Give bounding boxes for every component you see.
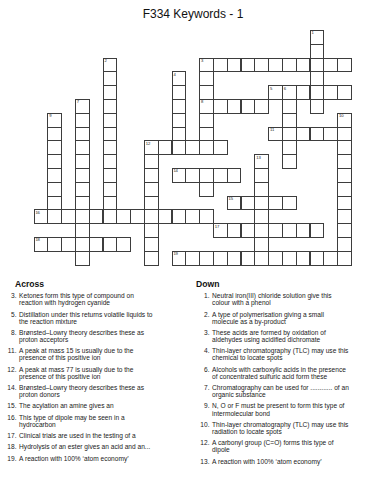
cell-number-19: 19 (173, 252, 177, 256)
grid-cell-r7-c17[interactable]: 11 (268, 127, 283, 142)
clue-number: 15. (4, 402, 17, 409)
grid-cell-r2-c12[interactable]: 3 (199, 58, 214, 73)
clue-text: Hydrolysis of an ester gives an acid and… (19, 443, 189, 450)
grid-cell-r10-c13[interactable] (213, 168, 228, 183)
grid-cell-r11-c3[interactable] (75, 182, 90, 197)
grid-cell-r15-c6[interactable] (116, 237, 131, 252)
grid-cell-r14-c16[interactable] (254, 223, 269, 238)
grid-cell-r10-c16[interactable] (254, 168, 269, 183)
clue-number: 6. (193, 366, 210, 380)
grid-cell-r2-c21[interactable] (323, 58, 338, 73)
grid-cell-r2-c15[interactable] (241, 58, 256, 73)
grid-cell-r2-c17[interactable] (268, 58, 283, 73)
grid-cell-r13-c11[interactable] (185, 209, 200, 224)
grid-cell-r4-c22[interactable] (337, 85, 352, 100)
grid-cell-r4-c19[interactable] (296, 85, 311, 100)
grid-cell-r4-c12[interactable] (199, 85, 214, 100)
grid-cell-r5-c15[interactable] (241, 99, 256, 114)
grid-cell-r14-c18[interactable] (282, 223, 297, 238)
grid-cell-r16-c12[interactable] (199, 251, 214, 266)
grid-cell-r6-c18[interactable] (282, 113, 297, 128)
grid-cell-r9-c1[interactable] (47, 154, 62, 169)
grid-cell-r15-c1[interactable] (47, 237, 62, 252)
grid-cell-r4-c17[interactable]: 5 (268, 85, 283, 100)
grid-cell-r7-c3[interactable] (75, 127, 90, 142)
grid-cell-r16-c3[interactable] (75, 251, 90, 266)
grid-cell-r16-c19[interactable] (296, 251, 311, 266)
grid-cell-r4-c10[interactable] (172, 85, 187, 100)
grid-cell-r16-c14[interactable] (227, 251, 242, 266)
clue-number: 5. (4, 311, 17, 325)
grid-cell-r4-c18[interactable]: 6 (282, 85, 297, 100)
clue-text: A carbonyl group (C=O) forms this type o… (212, 439, 382, 453)
clue-text: Ketones form this type of compound on re… (19, 292, 189, 306)
grid-cell-r13-c8[interactable] (144, 209, 159, 224)
grid-cell-r7-c5[interactable] (103, 127, 118, 142)
grid-cell-r10-c3[interactable] (75, 168, 90, 183)
grid-cell-r4-c21[interactable] (323, 85, 338, 100)
clue-down-9: 9.N, O or F must be present to form this… (193, 402, 383, 416)
clue-across-12: 12.A peak at mass 77 is usually due to t… (4, 366, 190, 380)
clue-number: 1. (193, 292, 210, 306)
grid-cell-r13-c7[interactable] (130, 209, 145, 224)
grid-cell-r2-c20[interactable] (310, 58, 325, 73)
grid-cell-r6-c3[interactable] (75, 113, 90, 128)
grid-cell-r13-c2[interactable] (61, 209, 76, 224)
grid-cell-r6-c12[interactable] (199, 113, 214, 128)
grid-cell-r16-c17[interactable] (268, 251, 283, 266)
clue-text: Alcohols with carboxylic acids in the pr… (212, 366, 382, 380)
grid-cell-r9-c16[interactable]: 13 (254, 154, 269, 169)
grid-cell-r2-c19[interactable] (296, 58, 311, 73)
grid-cell-r8-c10[interactable] (172, 140, 187, 155)
grid-cell-r5-c12[interactable]: 8 (199, 99, 214, 114)
grid-cell-r13-c4[interactable] (89, 209, 104, 224)
grid-cell-r11-c8[interactable] (144, 182, 159, 197)
clue-text: Brønsted–Lowry theory describes these as… (19, 329, 189, 343)
clue-text: Distillation under this returns volatile… (19, 311, 189, 325)
clue-text: Brønsted–Lowry theory describes these as… (19, 384, 189, 398)
clue-text: These acids are formed by oxidation of a… (212, 329, 382, 343)
grid-cell-r10-c5[interactable] (103, 168, 118, 183)
grid-cell-r16-c11[interactable] (185, 251, 200, 266)
grid-cell-r8-c13[interactable] (213, 140, 228, 155)
grid-cell-r15-c2[interactable] (61, 237, 76, 252)
grid-cell-r15-c5[interactable] (103, 237, 118, 252)
grid-cell-r16-c21[interactable] (323, 251, 338, 266)
grid-cell-r11-c16[interactable] (254, 182, 269, 197)
clue-down-1: 1.Neutral iron(III) chloride solution gi… (193, 292, 383, 306)
grid-cell-r15-c3[interactable] (75, 237, 90, 252)
clue-number: 4. (193, 347, 210, 361)
grid-cell-r16-c20[interactable] (310, 251, 325, 266)
grid-cell-r10-c22[interactable] (337, 168, 352, 183)
down-heading: Down (196, 279, 383, 289)
down-clues-section: Down 1.Neutral iron(III) chloride soluti… (193, 279, 383, 469)
clue-number: 8. (4, 329, 17, 343)
grid-cell-r13-c0[interactable]: 16 (34, 209, 49, 224)
grid-cell-r7-c20[interactable] (310, 127, 325, 142)
grid-cell-r16-c22[interactable] (337, 251, 352, 266)
grid-cell-r12-c1[interactable] (47, 196, 62, 211)
clue-across-5: 5.Distillation under this returns volati… (4, 311, 190, 325)
grid-cell-r6-c1[interactable]: 9 (47, 113, 62, 128)
clue-across-3: 3.Ketones form this type of compound on … (4, 292, 190, 306)
clue-down-12: 12.A carbonyl group (C=O) forms this typ… (193, 439, 383, 453)
grid-cell-r7-c10[interactable] (172, 127, 187, 142)
clue-down-2: 2.A type of polymerisation giving a smal… (193, 311, 383, 325)
cell-number-6: 6 (284, 87, 286, 91)
clue-across-11: 11.A peak at mass 15 is usually due to t… (4, 347, 190, 361)
grid-cell-r7-c21[interactable] (323, 127, 338, 142)
clue-text: N, O or F must be present to form this t… (212, 402, 382, 416)
grid-cell-r15-c22[interactable] (337, 237, 352, 252)
grid-cell-r13-c6[interactable] (116, 209, 131, 224)
cell-number-18: 18 (35, 238, 39, 242)
clue-number: 7. (193, 384, 210, 398)
grid-cell-r11-c5[interactable] (103, 182, 118, 197)
grid-cell-r14-c17[interactable] (268, 223, 283, 238)
cell-number-5: 5 (270, 87, 272, 91)
clue-across-8: 8.Brønsted–Lowry theory describes these … (4, 329, 190, 343)
grid-cell-r8-c1[interactable] (47, 140, 62, 155)
clue-down-13: 13.A reaction with 100% ‘atom economy’ (193, 458, 383, 465)
clue-number: 14. (4, 384, 17, 398)
clue-down-10: 10.Thin-layer chromatography (TLC) may u… (193, 421, 383, 435)
puzzle-page: { "game": "crossword", "title": "F334 Ke… (0, 0, 386, 500)
cell-number-17: 17 (215, 225, 219, 229)
cell-number-4: 4 (173, 73, 175, 77)
grid-cell-r16-c10[interactable]: 19 (172, 251, 187, 266)
grid-cell-r5-c16[interactable] (254, 99, 269, 114)
grid-cell-r13-c9[interactable] (158, 209, 173, 224)
grid-cell-r10-c8[interactable] (144, 168, 159, 183)
grid-cell-r14-c20[interactable] (310, 223, 325, 238)
clue-across-18: 18.Hydrolysis of an ester gives an acid … (4, 443, 190, 450)
clue-number: 16. (4, 414, 17, 428)
grid-cell-r13-c16[interactable] (254, 209, 269, 224)
clue-number: 11. (4, 347, 17, 361)
grid-cell-r14-c13[interactable]: 17 (213, 223, 228, 238)
grid-cell-r11-c12[interactable] (199, 182, 214, 197)
grid-cell-r13-c1[interactable] (47, 209, 62, 224)
clue-text: The acylation an amine gives an (19, 402, 189, 409)
grid-cell-r8-c8[interactable]: 12 (144, 140, 159, 155)
clue-across-17: 17.Clinical trials are used in the testi… (4, 432, 190, 439)
grid-cell-r2-c13[interactable] (213, 58, 228, 73)
grid-cell-r5-c5[interactable] (103, 99, 118, 114)
clue-text: A type of polymerisation giving a small … (212, 311, 382, 325)
grid-cell-r10-c14[interactable] (227, 168, 242, 183)
grid-cell-r16-c18[interactable] (282, 251, 297, 266)
grid-cell-r13-c5[interactable] (103, 209, 118, 224)
grid-cell-r8-c11[interactable] (185, 140, 200, 155)
clue-number: 18. (4, 443, 17, 450)
clue-number: 13. (193, 458, 210, 465)
cell-number-8: 8 (201, 100, 203, 104)
cell-number-1: 1 (311, 31, 313, 35)
grid-cell-r7-c22[interactable] (337, 127, 352, 142)
grid-cell-r6-c22[interactable]: 10 (337, 113, 352, 128)
grid-cell-r10-c12[interactable] (199, 168, 214, 183)
page-title: F334 Keywords - 1 (0, 7, 386, 21)
grid-cell-r0-c20[interactable]: 1 (310, 30, 325, 45)
grid-cell-r4-c20[interactable] (310, 85, 325, 100)
cell-number-16: 16 (35, 211, 39, 215)
grid-cell-r2-c16[interactable] (254, 58, 269, 73)
grid-cell-r2-c5[interactable]: 2 (103, 58, 118, 73)
crossword-grid: 12345678910111213141516171819 (34, 30, 352, 265)
cell-number-11: 11 (270, 128, 274, 132)
across-heading: Across (15, 279, 190, 289)
grid-cell-r9-c18[interactable] (282, 154, 297, 169)
grid-cell-r14-c19[interactable] (296, 223, 311, 238)
clue-number: 10. (193, 421, 210, 435)
clue-text: This type of dipole may be seen in a hyd… (19, 414, 189, 428)
grid-cell-r9-c3[interactable] (75, 154, 90, 169)
clue-text: Thin-layer chromatography (TLC) may use … (212, 421, 382, 435)
cell-number-7: 7 (77, 100, 79, 104)
grid-cell-r16-c13[interactable] (213, 251, 228, 266)
grid-cell-r5-c20[interactable] (310, 99, 325, 114)
grid-cell-r12-c3[interactable] (75, 196, 90, 211)
grid-cell-r9-c22[interactable] (337, 154, 352, 169)
clue-number: 17. (4, 432, 17, 439)
clue-across-14: 14.Brønsted–Lowry theory describes these… (4, 384, 190, 398)
grid-cell-r5-c3[interactable]: 7 (75, 99, 90, 114)
grid-cell-r3-c20[interactable] (310, 71, 325, 86)
clue-across-16: 16.This type of dipole may be seen in a … (4, 414, 190, 428)
grid-cell-r11-c22[interactable] (337, 182, 352, 197)
cell-number-14: 14 (173, 169, 177, 173)
grid-cell-r7-c18[interactable] (282, 127, 297, 142)
clue-text: Thin-layer chromatography (TLC) may use … (212, 347, 382, 361)
grid-cell-r1-c20[interactable] (310, 44, 325, 59)
clue-number: 9. (193, 402, 210, 416)
grid-cell-r16-c16[interactable] (254, 251, 269, 266)
clue-number: 2. (193, 311, 210, 325)
grid-cell-r5-c13[interactable] (213, 99, 228, 114)
grid-cell-r5-c18[interactable] (282, 99, 297, 114)
grid-cell-r15-c4[interactable] (89, 237, 104, 252)
grid-cell-r8-c5[interactable] (103, 140, 118, 155)
cell-number-2: 2 (104, 59, 106, 63)
grid-cell-r3-c10[interactable]: 4 (172, 71, 187, 86)
grid-cell-r2-c14[interactable] (227, 58, 242, 73)
cell-number-12: 12 (146, 142, 150, 146)
grid-cell-r14-c8[interactable] (144, 223, 159, 238)
clue-text: A peak at mass 15 is usually due to the … (19, 347, 189, 361)
grid-cell-r8-c18[interactable] (282, 140, 297, 155)
grid-cell-r15-c8[interactable] (144, 237, 159, 252)
grid-cell-r16-c8[interactable] (144, 251, 159, 266)
cell-number-10: 10 (339, 114, 343, 118)
clue-across-19: 19.A reaction with 100% ‘atom economy’ (4, 455, 190, 462)
cell-number-13: 13 (256, 156, 260, 160)
grid-cell-r2-c22[interactable] (337, 58, 352, 73)
grid-cell-r14-c3[interactable] (75, 223, 90, 238)
clue-number: 3. (4, 292, 17, 306)
grid-cell-r7-c1[interactable] (47, 127, 62, 142)
grid-cell-r9-c5[interactable] (103, 154, 118, 169)
grid-cell-r12-c8[interactable] (144, 196, 159, 211)
clue-text: A reaction with 100% ‘atom economy’ (19, 455, 189, 462)
grid-cell-r14-c15[interactable] (241, 223, 256, 238)
grid-cell-r12-c15[interactable] (241, 196, 256, 211)
grid-cell-r14-c22[interactable] (337, 223, 352, 238)
grid-cell-r8-c12[interactable] (199, 140, 214, 155)
grid-cell-r12-c5[interactable] (103, 196, 118, 211)
clue-text: Neutral iron(III) chloride solution give… (212, 292, 382, 306)
grid-cell-r14-c14[interactable] (227, 223, 242, 238)
cell-number-9: 9 (49, 114, 51, 118)
clue-across-15: 15.The acylation an amine gives an (4, 402, 190, 409)
grid-cell-r13-c22[interactable] (337, 209, 352, 224)
down-clue-list: 1.Neutral iron(III) chloride solution gi… (193, 292, 383, 464)
across-clues-section: Across 3.Ketones form this type of compo… (4, 279, 190, 466)
clue-down-3: 3.These acids are formed by oxidation of… (193, 329, 383, 343)
grid-cell-r12-c14[interactable]: 15 (227, 196, 242, 211)
grid-cell-r2-c18[interactable] (282, 58, 297, 73)
grid-cell-r8-c3[interactable] (75, 140, 90, 155)
grid-cell-r10-c1[interactable] (47, 168, 62, 183)
grid-cell-r12-c16[interactable] (254, 196, 269, 211)
clue-down-4: 4.Thin-layer chromatography (TLC) may us… (193, 347, 383, 361)
clue-number: 19. (4, 455, 17, 462)
grid-cell-r13-c10[interactable] (172, 209, 187, 224)
grid-cell-r6-c5[interactable] (103, 113, 118, 128)
grid-cell-r7-c12[interactable] (199, 127, 214, 142)
clue-text: Clinical trials are used in the testing … (19, 432, 189, 439)
clue-number: 12. (193, 439, 210, 453)
across-clue-list: 3.Ketones form this type of compound on … (4, 292, 190, 462)
clue-text: Chromatography can be used for .........… (212, 384, 382, 398)
grid-cell-r15-c0[interactable]: 18 (34, 237, 49, 252)
grid-cell-r5-c14[interactable] (227, 99, 242, 114)
grid-cell-r10-c11[interactable] (185, 168, 200, 183)
grid-cell-r6-c10[interactable] (172, 113, 187, 128)
grid-cell-r12-c22[interactable] (337, 196, 352, 211)
grid-cell-r15-c16[interactable] (254, 237, 269, 252)
grid-cell-r3-c12[interactable] (199, 71, 214, 86)
clue-down-7: 7.Chromatography can be used for .......… (193, 384, 383, 398)
clue-number: 3. (193, 329, 210, 343)
clue-text: A reaction with 100% ‘atom economy’ (212, 458, 382, 465)
grid-cell-r8-c9[interactable] (158, 140, 173, 155)
grid-cell-r5-c10[interactable] (172, 99, 187, 114)
grid-cell-r10-c10[interactable]: 14 (172, 168, 187, 183)
clue-down-6: 6.Alcohols with carboxylic acids in the … (193, 366, 383, 380)
grid-cell-r11-c1[interactable] (47, 182, 62, 197)
grid-cell-r4-c5[interactable] (103, 85, 118, 100)
grid-cell-r7-c19[interactable] (296, 127, 311, 142)
grid-cell-r16-c15[interactable] (241, 251, 256, 266)
clue-number: 12. (4, 366, 17, 380)
grid-cell-r3-c5[interactable] (103, 71, 118, 86)
clue-text: A peak at mass 77 is usually due to the … (19, 366, 189, 380)
cell-number-3: 3 (201, 59, 203, 63)
cell-number-15: 15 (229, 197, 233, 201)
grid-cell-r8-c22[interactable] (337, 140, 352, 155)
grid-cell-r12-c18[interactable] (282, 196, 297, 211)
grid-cell-r13-c12[interactable] (199, 209, 214, 224)
grid-cell-r12-c17[interactable] (268, 196, 283, 211)
grid-cell-r13-c3[interactable] (75, 209, 90, 224)
grid-cell-r9-c8[interactable] (144, 154, 159, 169)
